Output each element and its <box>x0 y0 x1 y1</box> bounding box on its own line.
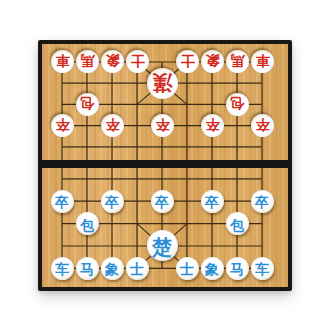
piece-red-chariot[interactable]: 車 <box>251 50 274 73</box>
piece-red-horse[interactable]: 馬 <box>226 50 249 73</box>
piece-glyph: 馬 <box>230 54 244 68</box>
piece-glyph: 士 <box>130 54 144 68</box>
piece-blue-pawn[interactable]: 卒 <box>151 190 174 213</box>
xiangqi-board: 車馬象士士象馬車漢包包卒卒卒卒卒卒卒卒卒卒包包楚车马象士士象马车 <box>38 40 292 291</box>
piece-glyph: 车 <box>255 262 269 276</box>
piece-blue-general[interactable]: 楚 <box>147 230 178 261</box>
piece-glyph: 卒 <box>105 118 119 132</box>
board-surface[interactable]: 車馬象士士象馬車漢包包卒卒卒卒卒卒卒卒卒卒包包楚车马象士士象马车 <box>42 44 288 287</box>
piece-red-pawn[interactable]: 卒 <box>201 114 224 137</box>
photo-background: 車馬象士士象馬車漢包包卒卒卒卒卒卒卒卒卒卒包包楚车马象士士象马车 <box>0 0 330 330</box>
piece-blue-cannon[interactable]: 包 <box>76 212 99 235</box>
piece-blue-advisor[interactable]: 士 <box>176 257 199 280</box>
piece-red-pawn[interactable]: 卒 <box>151 114 174 137</box>
piece-blue-elephant[interactable]: 象 <box>201 257 224 280</box>
piece-blue-horse[interactable]: 马 <box>76 257 99 280</box>
piece-red-general[interactable]: 漢 <box>147 68 178 99</box>
piece-blue-pawn[interactable]: 卒 <box>51 190 74 213</box>
piece-glyph: 士 <box>130 262 144 276</box>
piece-red-horse[interactable]: 馬 <box>76 50 99 73</box>
piece-glyph: 马 <box>230 262 244 276</box>
piece-glyph: 卒 <box>155 195 169 209</box>
piece-glyph: 馬 <box>80 54 94 68</box>
piece-glyph: 卒 <box>255 195 269 209</box>
piece-red-elephant[interactable]: 象 <box>101 50 124 73</box>
piece-glyph: 士 <box>180 262 194 276</box>
piece-glyph: 卒 <box>155 118 169 132</box>
piece-glyph: 卒 <box>105 195 119 209</box>
piece-blue-chariot[interactable]: 车 <box>251 257 274 280</box>
piece-red-cannon[interactable]: 包 <box>226 93 249 116</box>
piece-glyph: 卒 <box>55 195 69 209</box>
piece-red-advisor[interactable]: 士 <box>126 50 149 73</box>
piece-red-elephant[interactable]: 象 <box>201 50 224 73</box>
piece-glyph: 象 <box>205 262 219 276</box>
piece-glyph: 車 <box>55 54 69 68</box>
piece-blue-pawn[interactable]: 卒 <box>201 190 224 213</box>
piece-glyph: 包 <box>80 97 94 111</box>
piece-blue-pawn[interactable]: 卒 <box>251 190 274 213</box>
piece-glyph: 卒 <box>205 118 219 132</box>
piece-glyph: 車 <box>255 54 269 68</box>
piece-glyph: 士 <box>180 54 194 68</box>
piece-glyph: 包 <box>230 217 244 231</box>
piece-blue-advisor[interactable]: 士 <box>126 257 149 280</box>
piece-red-pawn[interactable]: 卒 <box>51 114 74 137</box>
piece-blue-chariot[interactable]: 车 <box>51 257 74 280</box>
piece-glyph: 车 <box>55 262 69 276</box>
piece-red-advisor[interactable]: 士 <box>176 50 199 73</box>
piece-glyph: 包 <box>230 97 244 111</box>
piece-glyph: 卒 <box>255 118 269 132</box>
piece-glyph: 卒 <box>55 118 69 132</box>
piece-blue-pawn[interactable]: 卒 <box>101 190 124 213</box>
piece-red-pawn[interactable]: 卒 <box>101 114 124 137</box>
piece-blue-horse[interactable]: 马 <box>226 257 249 280</box>
piece-glyph: 象 <box>205 54 219 68</box>
piece-glyph: 象 <box>105 54 119 68</box>
piece-red-chariot[interactable]: 車 <box>51 50 74 73</box>
piece-glyph: 卒 <box>205 195 219 209</box>
piece-glyph: 包 <box>80 217 94 231</box>
piece-red-cannon[interactable]: 包 <box>76 93 99 116</box>
piece-layer: 車馬象士士象馬車漢包包卒卒卒卒卒卒卒卒卒卒包包楚车马象士士象马车 <box>50 51 275 279</box>
piece-glyph: 象 <box>105 262 119 276</box>
piece-glyph: 马 <box>80 262 94 276</box>
piece-blue-elephant[interactable]: 象 <box>101 257 124 280</box>
piece-blue-cannon[interactable]: 包 <box>226 212 249 235</box>
piece-red-pawn[interactable]: 卒 <box>251 114 274 137</box>
piece-glyph: 漢 <box>152 73 172 93</box>
piece-glyph: 楚 <box>152 236 172 256</box>
